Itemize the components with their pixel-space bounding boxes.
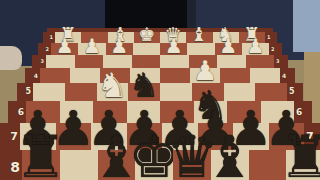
rank-label-1: 1 (50, 35, 53, 40)
board-row-rank-3: 33 (32, 55, 288, 68)
square-c1[interactable]: ♝ (186, 32, 212, 43)
square-h4[interactable] (40, 68, 70, 83)
rank-label-4: 4 (34, 73, 38, 79)
square-h2[interactable]: ♟ (51, 43, 78, 55)
right-border-rank-2: 2 (269, 43, 282, 55)
rank-label-3: 3 (41, 59, 44, 64)
square-a8[interactable]: ♜ (286, 150, 320, 180)
square-b5[interactable] (224, 83, 256, 101)
piece-wP-c4[interactable]: ♟ (193, 59, 217, 83)
square-d2[interactable]: ♟ (160, 43, 187, 55)
piece-wP-g2[interactable]: ♟ (83, 37, 101, 55)
board-row-rank-8: 8♜♝♚♛♝♜8 (0, 150, 320, 180)
right-border-rank-4: 4 (280, 68, 295, 83)
chess-board: 1♜♝♚♛♝♞♜12♟♟♟♟♟♟2334♟45♞♞56♞67♟♟♟♟♟♟♟♟78… (0, 28, 320, 180)
square-d5[interactable] (160, 83, 192, 101)
piece-bR-a8[interactable]: ♜ (279, 131, 320, 180)
piece-wP-a2[interactable]: ♟ (246, 37, 264, 55)
square-g2[interactable]: ♟ (78, 43, 105, 55)
right-border-rank-5: 5 (287, 83, 303, 101)
photo-of-chess-game: { "game": "chess", "view": "photo of woo… (0, 0, 320, 180)
square-b4[interactable] (220, 68, 250, 83)
rank-label-2: 2 (46, 47, 49, 52)
rank-label-4: 4 (282, 73, 286, 79)
square-b2[interactable]: ♟ (215, 43, 242, 55)
square-a4[interactable] (250, 68, 280, 83)
piece-wB-c1[interactable]: ♝ (191, 26, 208, 43)
square-a3[interactable] (246, 55, 275, 68)
square-g5[interactable] (65, 83, 97, 101)
square-e2[interactable] (133, 43, 160, 55)
square-c4[interactable]: ♟ (190, 68, 220, 83)
rank-label-5: 5 (25, 88, 31, 96)
left-border-rank-5: 5 (17, 83, 33, 101)
square-d3[interactable] (160, 55, 189, 68)
board-row-rank-4: 4♟4 (25, 68, 295, 83)
square-a5[interactable] (255, 83, 287, 101)
board-row-rank-1: 1♜♝♚♛♝♞♜1 (43, 32, 277, 43)
square-h5[interactable] (33, 83, 65, 101)
piece-wK-e1[interactable]: ♚ (138, 26, 155, 43)
rank-label-1: 1 (267, 35, 270, 40)
left-border-rank-4: 4 (25, 68, 40, 83)
square-a2[interactable]: ♟ (242, 43, 269, 55)
piece-wP-b2[interactable]: ♟ (219, 37, 237, 55)
board-row-rank-5: 5♞♞5 (17, 83, 303, 101)
square-e1[interactable]: ♚ (134, 32, 160, 43)
right-border-rank-1: 1 (265, 32, 277, 43)
square-d4[interactable] (160, 68, 190, 83)
square-g4[interactable] (70, 68, 100, 83)
square-e5[interactable]: ♞ (128, 83, 160, 101)
piece-wP-f2[interactable]: ♟ (110, 37, 128, 55)
piece-wP-d2[interactable]: ♟ (165, 37, 183, 55)
rank-label-3: 3 (276, 59, 279, 64)
square-h3[interactable] (46, 55, 75, 68)
piece-wP-h2[interactable]: ♟ (56, 37, 74, 55)
piece-wN-f5[interactable]: ♞ (97, 70, 127, 101)
rank-label-5: 5 (289, 88, 295, 96)
square-c2[interactable] (187, 43, 214, 55)
piece-bN-e5[interactable]: ♞ (129, 70, 159, 101)
square-f2[interactable]: ♟ (106, 43, 133, 55)
right-border-rank-3: 3 (274, 55, 288, 68)
square-c8[interactable]: ♝ (211, 150, 249, 180)
left-border-rank-3: 3 (32, 55, 46, 68)
board-row-rank-2: 2♟♟♟♟♟♟2 (38, 43, 282, 55)
square-b3[interactable] (217, 55, 246, 68)
left-border-rank-2: 2 (38, 43, 51, 55)
square-h8[interactable]: ♜ (22, 150, 60, 180)
square-f5[interactable]: ♞ (97, 83, 129, 101)
rank-label-2: 2 (271, 47, 274, 52)
left-border-rank-1: 1 (43, 32, 55, 43)
